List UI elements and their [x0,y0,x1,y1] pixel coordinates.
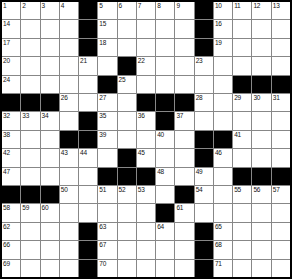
cell-r9c14[interactable] [252,149,270,166]
clue-number-9: 9 [176,2,179,10]
cell-r9c9[interactable] [156,149,174,166]
cell-r3c7[interactable] [118,39,136,56]
clue-number-62: 62 [3,223,10,231]
cell-r6c6[interactable]: 27 [98,94,116,111]
cell-r5c3[interactable] [41,76,59,93]
clue-number-55: 55 [234,186,241,194]
cell-r3c14[interactable] [252,39,270,56]
cell-r3c10[interactable] [175,39,193,56]
clue-number-10: 10 [215,2,222,10]
cell-r7c4[interactable] [60,112,78,129]
cell-r1c10[interactable]: 9 [175,2,193,19]
clue-number-52: 52 [119,186,126,194]
cell-r15c2[interactable] [21,260,39,277]
black-cell-r10c15 [272,168,290,185]
clue-number-47: 47 [3,168,10,176]
cell-r4c13[interactable] [233,57,251,74]
cell-r12c14[interactable] [252,204,270,221]
cell-r6c12[interactable] [214,94,232,111]
cell-r7c14[interactable] [252,112,270,129]
cell-r12c8[interactable] [137,204,155,221]
cell-r9c4[interactable]: 43 [60,149,78,166]
clue-number-70: 70 [99,260,106,268]
cell-r8c9[interactable]: 40 [156,131,174,148]
cell-r15c10[interactable] [175,260,193,277]
cell-r10c11[interactable]: 49 [195,168,213,185]
black-cell-r7c5 [79,112,97,129]
cell-r7c13[interactable] [233,112,251,129]
cell-r3c15[interactable] [272,39,290,56]
cell-r14c10[interactable] [175,241,193,258]
cell-r4c2[interactable] [21,57,39,74]
cell-r4c14[interactable] [252,57,270,74]
clue-number-45: 45 [138,149,145,157]
clue-number-16: 16 [215,20,222,28]
clue-number-26: 26 [61,94,68,102]
clue-number-58: 58 [3,204,10,212]
cell-r6c14[interactable]: 30 [252,94,270,111]
cell-r12c10[interactable]: 61 [175,204,193,221]
clue-number-41: 41 [234,131,241,139]
black-cell-r6c10 [175,94,193,111]
cell-r15c8[interactable] [137,260,155,277]
cell-r13c8[interactable] [137,223,155,240]
black-cell-r12c9 [156,204,174,221]
cell-r3c13[interactable] [233,39,251,56]
clue-number-29: 29 [234,94,241,102]
black-cell-r11c10 [175,186,193,203]
black-cell-r3c11 [195,39,213,56]
black-cell-r1c5 [79,2,97,19]
cell-r15c1[interactable]: 69 [2,260,20,277]
clue-number-24: 24 [3,76,10,84]
clue-number-21: 21 [80,57,87,65]
black-cell-r15c5 [79,260,97,277]
cell-r9c10[interactable] [175,149,193,166]
cell-r4c11[interactable]: 23 [195,57,213,74]
clue-number-63: 63 [99,223,106,231]
cell-r15c9[interactable] [156,260,174,277]
clue-number-60: 60 [42,204,49,212]
cell-r14c13[interactable] [233,241,251,258]
cell-r10c12[interactable] [214,168,232,185]
cell-r7c15[interactable] [272,112,290,129]
clue-number-18: 18 [99,39,106,47]
cell-r11c12[interactable] [214,186,232,203]
clue-number-17: 17 [3,39,10,47]
cell-r9c8[interactable]: 45 [137,149,155,166]
cell-r10c3[interactable] [41,168,59,185]
cell-r11c11[interactable]: 54 [195,186,213,203]
clue-number-23: 23 [196,57,203,65]
black-cell-r6c1 [2,94,20,111]
cell-r7c11[interactable] [195,112,213,129]
black-cell-r2c5 [79,20,97,37]
cell-r7c6[interactable]: 35 [98,112,116,129]
cell-r2c7[interactable] [118,20,136,37]
clue-number-3: 3 [42,2,45,10]
cell-r15c3[interactable] [41,260,59,277]
cell-r4c6[interactable] [98,57,116,74]
cell-r11c4[interactable]: 50 [60,186,78,203]
cell-r8c1[interactable]: 38 [2,131,20,148]
black-cell-r11c3 [41,186,59,203]
clue-number-42: 42 [3,149,10,157]
clue-number-56: 56 [253,186,260,194]
cell-r2c6[interactable]: 15 [98,20,116,37]
black-cell-r14c11 [195,241,213,258]
cell-r5c5[interactable] [79,76,97,93]
cell-r13c15[interactable] [272,223,290,240]
cell-r3c12[interactable]: 19 [214,39,232,56]
cell-r14c14[interactable] [252,241,270,258]
clue-number-40: 40 [157,131,164,139]
black-cell-r10c7 [118,168,136,185]
cell-r14c7[interactable] [118,241,136,258]
cell-r5c12[interactable] [214,76,232,93]
cell-r1c13[interactable]: 11 [233,2,251,19]
cell-r2c9[interactable] [156,20,174,37]
clue-number-12: 12 [253,2,260,10]
cell-r14c9[interactable] [156,241,174,258]
cell-r15c7[interactable] [118,260,136,277]
clue-number-28: 28 [196,94,203,102]
cell-r5c1[interactable]: 24 [2,76,20,93]
cell-r8c8[interactable] [137,131,155,148]
cell-r6c7[interactable] [118,94,136,111]
clue-number-2: 2 [22,2,25,10]
cell-r14c15[interactable] [272,241,290,258]
clue-number-54: 54 [196,186,203,194]
clue-number-7: 7 [138,2,141,10]
cell-r1c12[interactable]: 10 [214,2,232,19]
cell-r12c7[interactable] [118,204,136,221]
cell-r9c13[interactable] [233,149,251,166]
cell-r2c2[interactable] [21,20,39,37]
cell-r3c3[interactable] [41,39,59,56]
cell-r13c14[interactable] [252,223,270,240]
cell-r9c12[interactable]: 46 [214,149,232,166]
cell-r7c3[interactable]: 34 [41,112,59,129]
cell-r14c12[interactable]: 68 [214,241,232,258]
cell-r13c12[interactable]: 65 [214,223,232,240]
black-cell-r1c11 [195,2,213,19]
cell-r11c7[interactable]: 52 [118,186,136,203]
cell-r12c12[interactable] [214,204,232,221]
cell-r10c2[interactable] [21,168,39,185]
cell-r7c1[interactable]: 32 [2,112,20,129]
clue-number-4: 4 [61,2,64,10]
cell-r3c6[interactable]: 18 [98,39,116,56]
cell-r11c14[interactable]: 56 [252,186,270,203]
clue-number-25: 25 [119,76,126,84]
cell-r4c4[interactable] [60,57,78,74]
cell-r7c12[interactable] [214,112,232,129]
cell-r11c15[interactable]: 57 [272,186,290,203]
clue-number-8: 8 [157,2,160,10]
clue-number-59: 59 [22,204,29,212]
clue-number-11: 11 [234,2,240,10]
cell-r7c2[interactable]: 33 [21,112,39,129]
cell-r12c4[interactable] [60,204,78,221]
clue-number-67: 67 [99,241,106,249]
cell-r5c10[interactable] [175,76,193,93]
cell-r1c7[interactable]: 6 [118,2,136,19]
clue-number-57: 57 [273,186,280,194]
cell-r11c5[interactable] [79,186,97,203]
cell-r13c1[interactable]: 62 [2,223,20,240]
cell-r13c6[interactable]: 63 [98,223,116,240]
cell-r5c11[interactable] [195,76,213,93]
clue-number-66: 66 [3,241,10,249]
cell-r1c14[interactable]: 12 [252,2,270,19]
cell-r12c6[interactable] [98,204,116,221]
crossword-grid: 1234567891011121314151617181920212223242… [0,0,292,279]
cell-r2c10[interactable] [175,20,193,37]
cell-r2c14[interactable] [252,20,270,37]
clue-number-33: 33 [22,112,29,120]
clue-number-53: 53 [138,186,145,194]
cell-r6c11[interactable]: 28 [195,94,213,111]
cell-r5c9[interactable] [156,76,174,93]
clue-number-22: 22 [138,57,145,65]
cell-r4c15[interactable] [272,57,290,74]
black-cell-r8c12 [214,131,232,148]
cell-r15c6[interactable]: 70 [98,260,116,277]
cell-r4c1[interactable]: 20 [2,57,20,74]
cell-r14c3[interactable] [41,241,59,258]
cell-r15c4[interactable] [60,260,78,277]
clue-number-36: 36 [138,112,145,120]
cell-r10c5[interactable] [79,168,97,185]
cell-r12c3[interactable]: 60 [41,204,59,221]
cell-r4c5[interactable]: 21 [79,57,97,74]
black-cell-r3c5 [79,39,97,56]
cell-r1c4[interactable]: 4 [60,2,78,19]
cell-r5c4[interactable] [60,76,78,93]
cell-r1c3[interactable]: 3 [41,2,59,19]
cell-r9c6[interactable] [98,149,116,166]
cell-r1c1[interactable]: 1 [2,2,20,19]
black-cell-r11c1 [2,186,20,203]
cell-r4c9[interactable] [156,57,174,74]
cell-r8c2[interactable] [21,131,39,148]
cell-r5c8[interactable] [137,76,155,93]
cell-r13c9[interactable]: 64 [156,223,174,240]
clue-number-19: 19 [215,39,222,47]
cell-r12c1[interactable]: 58 [2,204,20,221]
black-cell-r7c9 [156,112,174,129]
cell-r2c8[interactable] [137,20,155,37]
clue-number-37: 37 [176,112,183,120]
black-cell-r5c13 [233,76,251,93]
cell-r10c9[interactable]: 48 [156,168,174,185]
cell-r9c2[interactable] [21,149,39,166]
cell-r8c13[interactable]: 41 [233,131,251,148]
cell-r13c4[interactable] [60,223,78,240]
cell-r14c6[interactable]: 67 [98,241,116,258]
clue-number-43: 43 [61,149,68,157]
clue-number-71: 71 [215,260,222,268]
cell-r4c12[interactable] [214,57,232,74]
cell-r6c15[interactable]: 31 [272,94,290,111]
clue-number-61: 61 [176,204,183,212]
black-cell-r13c5 [79,223,97,240]
cell-r1c8[interactable]: 7 [137,2,155,19]
cell-r9c3[interactable] [41,149,59,166]
cell-r13c7[interactable] [118,223,136,240]
cell-r2c13[interactable] [233,20,251,37]
cell-r12c15[interactable] [272,204,290,221]
cell-r6c5[interactable] [79,94,97,111]
cell-r11c8[interactable]: 53 [137,186,155,203]
cell-r3c4[interactable] [60,39,78,56]
cell-r1c15[interactable]: 13 [272,2,290,19]
black-cell-r8c5 [79,131,97,148]
cell-r13c2[interactable] [21,223,39,240]
clue-number-50: 50 [61,186,68,194]
clue-number-69: 69 [3,260,10,268]
cell-r4c10[interactable] [175,57,193,74]
black-cell-r6c3 [41,94,59,111]
cell-r14c8[interactable] [137,241,155,258]
cell-r4c8[interactable]: 22 [137,57,155,74]
cell-r8c15[interactable] [272,131,290,148]
cell-r8c7[interactable] [118,131,136,148]
cell-r8c3[interactable] [41,131,59,148]
clue-number-15: 15 [99,20,106,28]
clue-number-46: 46 [215,149,222,157]
clue-number-38: 38 [3,131,10,139]
black-cell-r10c14 [252,168,270,185]
cell-r15c13[interactable] [233,260,251,277]
cell-r14c1[interactable]: 66 [2,241,20,258]
cell-r11c6[interactable]: 51 [98,186,116,203]
black-cell-r9c11 [195,149,213,166]
clue-number-6: 6 [119,2,122,10]
black-cell-r10c6 [98,168,116,185]
cell-r8c6[interactable]: 39 [98,131,116,148]
cell-r4c3[interactable] [41,57,59,74]
cell-r10c1[interactable]: 47 [2,168,20,185]
cell-r5c2[interactable] [21,76,39,93]
clue-number-64: 64 [157,223,164,231]
clue-number-34: 34 [42,112,49,120]
cell-r9c15[interactable] [272,149,290,166]
cell-r12c13[interactable] [233,204,251,221]
black-cell-r8c4 [60,131,78,148]
clue-number-44: 44 [80,149,87,157]
black-cell-r6c9 [156,94,174,111]
black-cell-r13c11 [195,223,213,240]
black-cell-r5c15 [272,76,290,93]
black-cell-r9c7 [118,149,136,166]
clue-number-14: 14 [3,20,10,28]
cell-r3c9[interactable] [156,39,174,56]
cell-r5c7[interactable]: 25 [118,76,136,93]
cell-r2c4[interactable] [60,20,78,37]
cell-r14c4[interactable] [60,241,78,258]
clue-number-5: 5 [99,2,102,10]
cell-r2c12[interactable]: 16 [214,20,232,37]
cell-r15c12[interactable]: 71 [214,260,232,277]
cell-r14c2[interactable] [21,241,39,258]
clue-number-35: 35 [99,112,106,120]
cell-r10c4[interactable] [60,168,78,185]
cell-r12c2[interactable]: 59 [21,204,39,221]
cell-r2c15[interactable] [272,20,290,37]
black-cell-r2c11 [195,20,213,37]
cell-r6c13[interactable]: 29 [233,94,251,111]
cell-r11c9[interactable] [156,186,174,203]
cell-r8c14[interactable] [252,131,270,148]
black-cell-r8c11 [195,131,213,148]
black-cell-r14c5 [79,241,97,258]
cell-r7c8[interactable]: 36 [137,112,155,129]
cell-r3c2[interactable] [21,39,39,56]
black-cell-r5c14 [252,76,270,93]
black-cell-r10c8 [137,168,155,185]
cell-r3c1[interactable]: 17 [2,39,20,56]
cell-r12c11[interactable] [195,204,213,221]
cell-r13c10[interactable] [175,223,193,240]
clue-number-30: 30 [253,94,260,102]
cell-r9c5[interactable]: 44 [79,149,97,166]
clue-number-31: 31 [273,94,280,102]
cell-r7c7[interactable] [118,112,136,129]
clue-number-49: 49 [196,168,203,176]
clue-number-20: 20 [3,57,10,65]
black-cell-r15c11 [195,260,213,277]
cell-r1c6[interactable]: 5 [98,2,116,19]
clue-number-51: 51 [99,186,106,194]
cell-r7c10[interactable]: 37 [175,112,193,129]
clue-number-32: 32 [3,112,10,120]
clue-number-13: 13 [273,2,280,10]
cell-r6c4[interactable]: 26 [60,94,78,111]
black-cell-r10c13 [233,168,251,185]
black-cell-r6c8 [137,94,155,111]
cell-r12c5[interactable] [79,204,97,221]
cell-r15c15[interactable] [272,260,290,277]
clue-number-48: 48 [157,168,164,176]
clue-number-27: 27 [99,94,106,102]
cell-r15c14[interactable] [252,260,270,277]
cell-r13c13[interactable] [233,223,251,240]
clue-number-39: 39 [99,131,106,139]
clue-number-68: 68 [215,241,222,249]
black-cell-r6c2 [21,94,39,111]
cell-r3c8[interactable] [137,39,155,56]
cell-r2c3[interactable] [41,20,59,37]
cell-r2c1[interactable]: 14 [2,20,20,37]
clue-number-1: 1 [3,2,6,10]
cell-r8c10[interactable] [175,131,193,148]
black-cell-r4c7 [118,57,136,74]
black-cell-r11c2 [21,186,39,203]
cell-r13c3[interactable] [41,223,59,240]
cell-r1c2[interactable]: 2 [21,2,39,19]
cell-r1c9[interactable]: 8 [156,2,174,19]
black-cell-r5c6 [98,76,116,93]
clue-number-65: 65 [215,223,222,231]
cell-r9c1[interactable]: 42 [2,149,20,166]
cell-r11c13[interactable]: 55 [233,186,251,203]
cell-r10c10[interactable] [175,168,193,185]
